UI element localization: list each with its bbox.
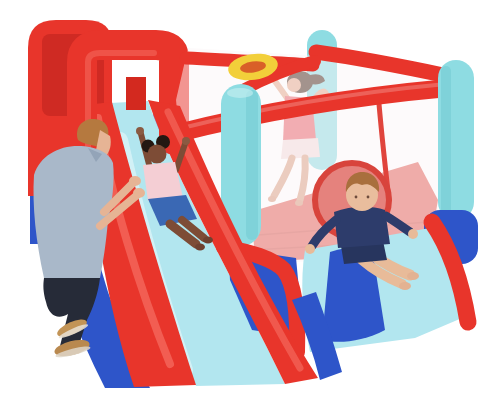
arch-back-stub	[126, 77, 146, 110]
bounce-house	[28, 20, 478, 388]
product-photo-bounce-house	[0, 0, 500, 396]
